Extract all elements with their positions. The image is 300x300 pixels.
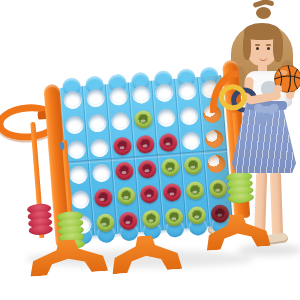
cell-c6-r2	[177, 102, 202, 129]
empty-slot	[111, 111, 130, 130]
red-disc	[113, 136, 132, 155]
green-ring-stack-right	[226, 171, 254, 204]
green-disc	[116, 186, 135, 205]
cell-c2-r5	[91, 184, 116, 211]
cell-c4-r5	[137, 180, 162, 207]
red-disc	[115, 161, 134, 180]
hand-right	[286, 92, 294, 99]
cell-c6-r1	[175, 77, 200, 104]
green-disc	[95, 213, 114, 232]
hand-left	[274, 85, 282, 93]
cell-c6-r5	[183, 177, 208, 204]
green-disc	[134, 109, 153, 128]
hair-side-right	[273, 31, 283, 62]
cell-c2-r3	[87, 134, 112, 161]
cell-c3-r6	[116, 207, 141, 234]
cell-c4-r6	[139, 205, 164, 232]
red-disc	[138, 159, 157, 178]
cell-c4-r2	[131, 106, 156, 133]
cell-c2-r1	[83, 84, 108, 111]
hair-bun	[256, 7, 271, 19]
cell-c6-r4	[181, 152, 206, 179]
cell-c5-r1	[152, 79, 177, 106]
green-disc	[188, 205, 207, 224]
cell-c6-r3	[179, 127, 204, 154]
empty-slot	[155, 83, 174, 102]
green-toss-ring	[228, 192, 255, 204]
cell-c5-r2	[154, 104, 179, 131]
cell-c5-r3	[156, 129, 181, 156]
frame-latch	[60, 142, 65, 150]
red-disc	[136, 134, 155, 153]
empty-slot	[109, 86, 128, 105]
cell-c3-r3	[110, 132, 135, 159]
empty-slot	[70, 189, 89, 208]
empty-slot	[86, 88, 105, 107]
cell-c3-r2	[108, 107, 133, 134]
eyebrow-left	[255, 44, 260, 46]
red-disc	[163, 182, 182, 201]
red-disc	[118, 211, 137, 230]
red-toss-ring	[28, 224, 53, 236]
empty-slot	[178, 81, 197, 100]
cell-c5-r5	[160, 179, 185, 206]
cell-c3-r1	[106, 82, 131, 109]
cell-c2-r4	[89, 159, 114, 186]
red-ring-stack	[27, 203, 53, 236]
cell-c5-r6	[162, 203, 187, 230]
cell-c4-r4	[135, 155, 160, 182]
red-disc	[140, 184, 159, 203]
empty-slot	[89, 138, 108, 157]
hair-side-left	[243, 33, 251, 60]
cell-c2-r6	[93, 209, 118, 236]
cell-c5-r4	[158, 154, 183, 181]
eyebrow-right	[266, 44, 271, 46]
eye-left	[256, 47, 259, 50]
empty-slot	[157, 107, 176, 126]
red-disc	[159, 132, 178, 151]
empty-slot	[180, 106, 199, 125]
green-disc	[184, 155, 203, 174]
cell-c3-r4	[112, 157, 137, 184]
empty-slot	[64, 115, 83, 134]
cell-c2-r2	[85, 109, 110, 136]
game-board	[60, 75, 233, 237]
green-disc	[142, 209, 161, 228]
bow-knot	[263, 106, 270, 113]
cell-c1-r1	[60, 86, 85, 113]
empty-slot	[68, 165, 87, 184]
empty-slot	[91, 163, 110, 182]
cell-c3-r5	[114, 182, 139, 209]
empty-slot	[66, 140, 85, 159]
cell-c1-r2	[62, 111, 87, 138]
empty-slot	[182, 131, 201, 150]
cell-c6-r6	[185, 202, 210, 229]
green-disc	[186, 180, 205, 199]
empty-slot	[62, 90, 81, 109]
empty-slot	[88, 113, 107, 132]
empty-slot	[132, 84, 151, 103]
red-disc	[93, 188, 112, 207]
cell-c4-r3	[133, 130, 158, 157]
green-disc	[165, 207, 184, 226]
bun-sprout	[262, 0, 275, 7]
eye-right	[267, 47, 270, 50]
cell-c4-r1	[129, 81, 154, 108]
green-disc	[161, 157, 180, 176]
product-photo[interactable]	[0, 0, 300, 300]
